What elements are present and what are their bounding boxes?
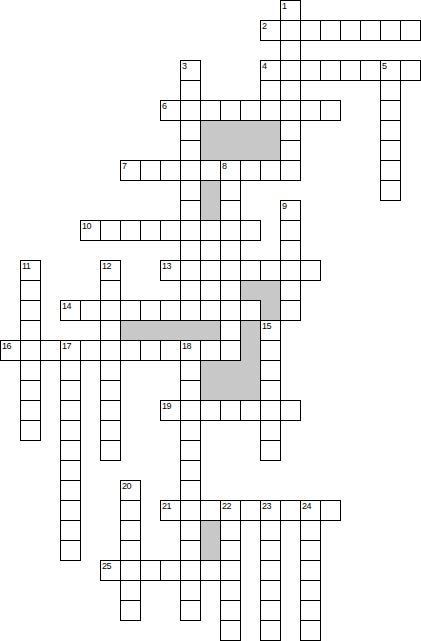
cell[interactable]: [20, 300, 41, 321]
cell[interactable]: [380, 60, 401, 81]
cell[interactable]: [20, 320, 41, 341]
cell[interactable]: [260, 420, 281, 441]
cell[interactable]: [20, 340, 41, 361]
cell[interactable]: [100, 260, 121, 281]
cell[interactable]: [100, 380, 121, 401]
cell[interactable]: [220, 580, 241, 601]
cell[interactable]: [160, 560, 181, 581]
cell[interactable]: [320, 20, 341, 41]
cell[interactable]: [180, 200, 201, 221]
cell[interactable]: [300, 60, 321, 81]
cell[interactable]: [280, 40, 301, 61]
cell[interactable]: [260, 540, 281, 561]
cell[interactable]: [260, 620, 281, 641]
cell[interactable]: [260, 60, 281, 81]
cell[interactable]: [60, 300, 81, 321]
cell[interactable]: [160, 160, 181, 181]
cell[interactable]: [120, 340, 141, 361]
cell[interactable]: [220, 600, 241, 621]
cell[interactable]: [320, 500, 341, 521]
blocked-cell: [260, 120, 281, 141]
blocked-cell: [220, 380, 241, 401]
cell[interactable]: [220, 280, 241, 301]
cell[interactable]: [100, 300, 121, 321]
cell[interactable]: [360, 20, 381, 41]
cell[interactable]: [220, 520, 241, 541]
cell[interactable]: [200, 220, 221, 241]
cell[interactable]: [380, 180, 401, 201]
blocked-cell: [240, 140, 261, 161]
cell[interactable]: [200, 500, 221, 521]
cell[interactable]: [300, 600, 321, 621]
cell[interactable]: [180, 440, 201, 461]
cell[interactable]: [180, 180, 201, 201]
blocked-cell: [200, 120, 221, 141]
cell[interactable]: [180, 580, 201, 601]
cell[interactable]: [380, 20, 401, 41]
cell[interactable]: [120, 160, 141, 181]
cell[interactable]: [380, 160, 401, 181]
cell[interactable]: [220, 340, 241, 361]
cell[interactable]: [280, 200, 301, 221]
cell[interactable]: [180, 80, 201, 101]
cell[interactable]: [100, 560, 121, 581]
cell[interactable]: [100, 400, 121, 421]
cell[interactable]: [140, 340, 161, 361]
cell[interactable]: [300, 580, 321, 601]
cell[interactable]: [240, 160, 261, 181]
cell[interactable]: [200, 100, 221, 121]
cell[interactable]: [60, 540, 81, 561]
cell[interactable]: [100, 440, 121, 461]
cell[interactable]: [120, 540, 141, 561]
cell[interactable]: [80, 340, 101, 361]
blocked-cell: [240, 380, 261, 401]
cell[interactable]: [300, 520, 321, 541]
blocked-cell: [120, 320, 141, 341]
cell[interactable]: [100, 220, 121, 241]
cell[interactable]: [260, 100, 281, 121]
cell[interactable]: [300, 540, 321, 561]
blocked-cell: [220, 140, 241, 161]
blocked-cell: [200, 520, 221, 541]
cell[interactable]: [180, 540, 201, 561]
cell[interactable]: [380, 100, 401, 121]
blocked-cell: [140, 320, 161, 341]
cell[interactable]: [180, 600, 201, 621]
cell[interactable]: [200, 160, 221, 181]
cell[interactable]: [0, 340, 21, 361]
cell[interactable]: [280, 160, 301, 181]
cell[interactable]: [260, 20, 281, 41]
cell[interactable]: [180, 60, 201, 81]
cell[interactable]: [180, 300, 201, 321]
cell[interactable]: [180, 240, 201, 261]
cell[interactable]: [160, 340, 181, 361]
cell[interactable]: [300, 20, 321, 41]
blocked-cell: [180, 320, 201, 341]
cell[interactable]: [180, 140, 201, 161]
cell[interactable]: [280, 500, 301, 521]
cell[interactable]: [180, 420, 201, 441]
cell[interactable]: [300, 260, 321, 281]
cell[interactable]: [20, 400, 41, 421]
cell[interactable]: [280, 280, 301, 301]
cell[interactable]: [180, 380, 201, 401]
cell[interactable]: [140, 220, 161, 241]
blocked-cell: [260, 140, 281, 161]
cell[interactable]: [120, 500, 141, 521]
cell[interactable]: [400, 60, 421, 81]
cell[interactable]: [60, 480, 81, 501]
cell[interactable]: [280, 120, 301, 141]
cell[interactable]: [220, 100, 241, 121]
cell[interactable]: [200, 560, 221, 581]
cell[interactable]: [60, 500, 81, 521]
cell[interactable]: [220, 220, 241, 241]
cell[interactable]: [280, 260, 301, 281]
cell[interactable]: [180, 560, 201, 581]
cell[interactable]: [300, 620, 321, 641]
cell[interactable]: [180, 460, 201, 481]
cell[interactable]: [220, 400, 241, 421]
blocked-cell: [200, 540, 221, 561]
cell[interactable]: [160, 500, 181, 521]
cell[interactable]: [280, 80, 301, 101]
cell[interactable]: [240, 500, 261, 521]
blocked-cell: [260, 300, 281, 321]
cell[interactable]: [380, 80, 401, 101]
cell[interactable]: [60, 420, 81, 441]
cell[interactable]: [180, 100, 201, 121]
cell[interactable]: [240, 100, 261, 121]
cell[interactable]: [20, 260, 41, 281]
cell[interactable]: [260, 500, 281, 521]
blocked-cell: [200, 320, 221, 341]
cell[interactable]: [160, 100, 181, 121]
cell[interactable]: [360, 60, 381, 81]
cell[interactable]: [260, 440, 281, 461]
cell[interactable]: [340, 20, 361, 41]
cell[interactable]: [280, 140, 301, 161]
blocked-cell: [200, 180, 221, 201]
cell[interactable]: [60, 440, 81, 461]
cell[interactable]: [120, 480, 141, 501]
cell[interactable]: [260, 560, 281, 581]
cell[interactable]: [220, 320, 241, 341]
cell[interactable]: [260, 580, 281, 601]
blocked-cell: [200, 360, 221, 381]
cell[interactable]: [260, 380, 281, 401]
cell[interactable]: [280, 220, 301, 241]
blocked-cell: [200, 140, 221, 161]
cell[interactable]: [80, 300, 101, 321]
cell[interactable]: [160, 260, 181, 281]
cell[interactable]: [60, 520, 81, 541]
cell[interactable]: [320, 60, 341, 81]
cell[interactable]: [300, 500, 321, 521]
cell[interactable]: [260, 600, 281, 621]
cell[interactable]: [200, 400, 221, 421]
cell[interactable]: [220, 200, 241, 221]
cell[interactable]: [20, 280, 41, 301]
cell[interactable]: [140, 560, 161, 581]
cell[interactable]: [100, 280, 121, 301]
cell[interactable]: [180, 120, 201, 141]
cell[interactable]: [20, 380, 41, 401]
cell[interactable]: [140, 160, 161, 181]
cell[interactable]: [280, 20, 301, 41]
cell[interactable]: [180, 400, 201, 421]
cell[interactable]: [120, 300, 141, 321]
blocked-cell: [200, 380, 221, 401]
cell[interactable]: [240, 260, 261, 281]
cell[interactable]: [280, 300, 301, 321]
cell[interactable]: [380, 140, 401, 161]
cell[interactable]: [120, 520, 141, 541]
cell[interactable]: [260, 320, 281, 341]
cell[interactable]: [160, 300, 181, 321]
cell[interactable]: [320, 100, 341, 121]
cell[interactable]: [220, 300, 241, 321]
cell[interactable]: [200, 340, 221, 361]
cell[interactable]: [160, 220, 181, 241]
cell[interactable]: [100, 340, 121, 361]
cell[interactable]: [260, 360, 281, 381]
cell[interactable]: [260, 400, 281, 421]
cell[interactable]: [220, 180, 241, 201]
blocked-cell: [220, 120, 241, 141]
cell[interactable]: [20, 420, 41, 441]
cell[interactable]: [120, 220, 141, 241]
cell[interactable]: [280, 400, 301, 421]
cell[interactable]: [280, 0, 301, 21]
cell[interactable]: [280, 60, 301, 81]
cell[interactable]: [60, 380, 81, 401]
cell[interactable]: [180, 340, 201, 361]
cell[interactable]: [180, 260, 201, 281]
cell[interactable]: [260, 80, 281, 101]
cell[interactable]: [60, 340, 81, 361]
cell[interactable]: [280, 240, 301, 261]
cell[interactable]: [180, 360, 201, 381]
cell[interactable]: [180, 220, 201, 241]
cell[interactable]: [120, 600, 141, 621]
cell[interactable]: [100, 420, 121, 441]
cell[interactable]: [180, 520, 201, 541]
cell[interactable]: [20, 360, 41, 381]
cell[interactable]: [280, 100, 301, 121]
cell[interactable]: [60, 460, 81, 481]
cell[interactable]: [180, 160, 201, 181]
blocked-cell: [260, 280, 281, 301]
cell[interactable]: [40, 340, 61, 361]
cell[interactable]: [300, 560, 321, 581]
cell[interactable]: [220, 620, 241, 641]
cell[interactable]: [120, 560, 141, 581]
cell[interactable]: [220, 500, 241, 521]
cell[interactable]: [160, 400, 181, 421]
blocked-cell: [200, 200, 221, 221]
blocked-cell: [240, 280, 261, 301]
cell[interactable]: [260, 340, 281, 361]
cell[interactable]: [220, 240, 241, 261]
cell[interactable]: [60, 360, 81, 381]
cell[interactable]: [200, 300, 221, 321]
blocked-cell: [240, 320, 261, 341]
cell[interactable]: [60, 400, 81, 421]
cell[interactable]: [100, 320, 121, 341]
cell[interactable]: [140, 300, 161, 321]
cell[interactable]: [220, 260, 241, 281]
cell[interactable]: [180, 480, 201, 501]
cell[interactable]: [120, 580, 141, 601]
cell[interactable]: [240, 400, 261, 421]
cell[interactable]: [220, 160, 241, 181]
cell[interactable]: [240, 220, 261, 241]
blocked-cell: [220, 360, 241, 381]
cell[interactable]: [300, 100, 321, 121]
cell[interactable]: [400, 20, 421, 41]
cell[interactable]: [340, 60, 361, 81]
crossword-grid: 1234567891011121314151617181920212223242…: [0, 0, 421, 641]
cell[interactable]: [380, 120, 401, 141]
blocked-cell: [240, 120, 261, 141]
cell[interactable]: [240, 300, 261, 321]
cell[interactable]: [180, 500, 201, 521]
cell[interactable]: [100, 360, 121, 381]
blocked-cell: [240, 340, 261, 361]
cell[interactable]: [220, 560, 241, 581]
cell[interactable]: [200, 260, 221, 281]
cell[interactable]: [260, 260, 281, 281]
cell[interactable]: [80, 220, 101, 241]
blocked-cell: [160, 320, 181, 341]
blocked-cell: [240, 360, 261, 381]
cell[interactable]: [260, 520, 281, 541]
cell[interactable]: [220, 540, 241, 561]
cell[interactable]: [180, 280, 201, 301]
cell[interactable]: [260, 160, 281, 181]
